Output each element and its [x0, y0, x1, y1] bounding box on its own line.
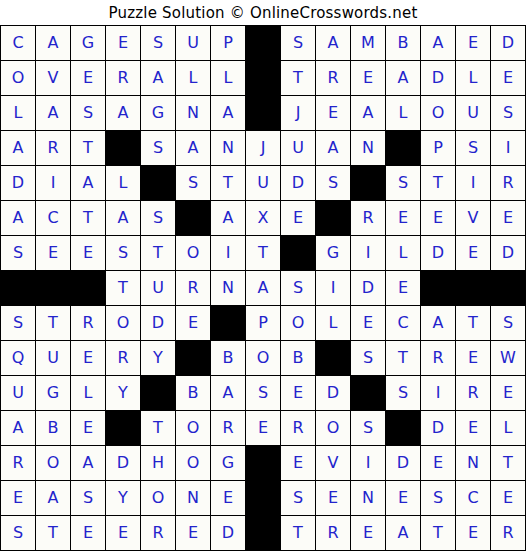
letter-cell-r14c14: C	[456, 481, 490, 515]
letter-cell-r8c9: S	[281, 271, 315, 305]
letter-cell-r11c6: B	[176, 376, 210, 410]
letter-cell-r3c2: A	[36, 96, 70, 130]
letter-cell-r11c3: L	[71, 376, 105, 410]
letter-cell-r11c15: E	[491, 376, 525, 410]
letter-cell-r4c2: R	[36, 131, 70, 165]
letter-cell-r13c6: O	[176, 446, 210, 480]
letter-cell-r1c13: A	[421, 26, 455, 60]
letter-cell-r8c11: D	[351, 271, 385, 305]
title-bar: Puzzle Solution © OnlineCrosswords.net	[0, 0, 526, 25]
black-cell-r12c12	[386, 411, 420, 445]
letter-cell-r1c7: P	[211, 26, 245, 60]
letter-cell-r13c3: A	[71, 446, 105, 480]
letter-cell-r6c4: A	[106, 201, 140, 235]
letter-cell-r10c1: Q	[1, 341, 35, 375]
letter-cell-r2c2: V	[36, 61, 70, 95]
letter-cell-r11c9: E	[281, 376, 315, 410]
letter-cell-r7c7: I	[211, 236, 245, 270]
letter-cell-r3c7: A	[211, 96, 245, 130]
letter-cell-r6c15: E	[491, 201, 525, 235]
letter-cell-r12c10: O	[316, 411, 350, 445]
letter-cell-r3c5: G	[141, 96, 175, 130]
letter-cell-r2c3: E	[71, 61, 105, 95]
letter-cell-r5c6: S	[176, 166, 210, 200]
letter-cell-r8c4: T	[106, 271, 140, 305]
puzzle-solution-page: Puzzle Solution © OnlineCrosswords.net C…	[0, 0, 526, 551]
black-cell-r5c11	[351, 166, 385, 200]
letter-cell-r15c5: R	[141, 516, 175, 550]
letter-cell-r7c5: T	[141, 236, 175, 270]
letter-cell-r2c15: E	[491, 61, 525, 95]
letter-cell-r1c1: C	[1, 26, 35, 60]
letter-cell-r5c2: I	[36, 166, 70, 200]
letter-cell-r2c6: L	[176, 61, 210, 95]
letter-cell-r14c9: S	[281, 481, 315, 515]
letter-cell-r13c14: N	[456, 446, 490, 480]
crossword-grid: CAGESUPSAMBAEDOVERALLTREADLELASAGNAJEALO…	[0, 25, 526, 551]
letter-cell-r10c12: T	[386, 341, 420, 375]
letter-cell-r11c4: Y	[106, 376, 140, 410]
letter-cell-r12c8: E	[246, 411, 280, 445]
letter-cell-r1c14: E	[456, 26, 490, 60]
letter-cell-r12c13: D	[421, 411, 455, 445]
letter-cell-r6c5: S	[141, 201, 175, 235]
letter-cell-r14c7: E	[211, 481, 245, 515]
letter-cell-r11c13: I	[421, 376, 455, 410]
letter-cell-r7c3: E	[71, 236, 105, 270]
letter-cell-r12c15: L	[491, 411, 525, 445]
letter-cell-r4c13: P	[421, 131, 455, 165]
letter-cell-r5c4: L	[106, 166, 140, 200]
letter-cell-r5c1: D	[1, 166, 35, 200]
letter-cell-r8c10: I	[316, 271, 350, 305]
letter-cell-r7c14: E	[456, 236, 490, 270]
letter-cell-r2c11: E	[351, 61, 385, 95]
page-title: Puzzle Solution © OnlineCrosswords.net	[108, 4, 417, 22]
letter-cell-r9c12: C	[386, 306, 420, 340]
black-cell-r5c5	[141, 166, 175, 200]
letter-cell-r1c15: D	[491, 26, 525, 60]
black-cell-r8c2	[36, 271, 70, 305]
letter-cell-r5c9: D	[281, 166, 315, 200]
letter-cell-r10c15: W	[491, 341, 525, 375]
letter-cell-r9c14: T	[456, 306, 490, 340]
letter-cell-r5c14: I	[456, 166, 490, 200]
black-cell-r15c8	[246, 516, 280, 550]
letter-cell-r4c10: A	[316, 131, 350, 165]
letter-cell-r5c12: S	[386, 166, 420, 200]
letter-cell-r13c12: D	[386, 446, 420, 480]
letter-cell-r8c8: A	[246, 271, 280, 305]
letter-cell-r13c4: D	[106, 446, 140, 480]
letter-cell-r10c14: E	[456, 341, 490, 375]
letter-cell-r13c7: G	[211, 446, 245, 480]
letter-cell-r1c9: S	[281, 26, 315, 60]
black-cell-r1c8	[246, 26, 280, 60]
letter-cell-r2c12: A	[386, 61, 420, 95]
letter-cell-r11c2: G	[36, 376, 70, 410]
black-cell-r8c14	[456, 271, 490, 305]
letter-cell-r15c12: A	[386, 516, 420, 550]
letter-cell-r7c1: S	[1, 236, 35, 270]
letter-cell-r3c13: O	[421, 96, 455, 130]
letter-cell-r3c3: S	[71, 96, 105, 130]
letter-cell-r15c10: R	[316, 516, 350, 550]
letter-cell-r10c3: E	[71, 341, 105, 375]
letter-cell-r15c14: E	[456, 516, 490, 550]
letter-cell-r14c10: E	[316, 481, 350, 515]
letter-cell-r13c13: E	[421, 446, 455, 480]
letter-cell-r15c4: E	[106, 516, 140, 550]
letter-cell-r5c3: A	[71, 166, 105, 200]
letter-cell-r10c11: S	[351, 341, 385, 375]
letter-cell-r6c3: T	[71, 201, 105, 235]
letter-cell-r3c1: L	[1, 96, 35, 130]
letter-cell-r8c6: R	[176, 271, 210, 305]
letter-cell-r1c3: G	[71, 26, 105, 60]
letter-cell-r4c9: U	[281, 131, 315, 165]
letter-cell-r9c3: R	[71, 306, 105, 340]
letter-cell-r13c15: T	[491, 446, 525, 480]
letter-cell-r1c6: U	[176, 26, 210, 60]
letter-cell-r7c4: S	[106, 236, 140, 270]
letter-cell-r12c7: R	[211, 411, 245, 445]
letter-cell-r9c9: O	[281, 306, 315, 340]
letter-cell-r2c10: R	[316, 61, 350, 95]
letter-cell-r9c1: S	[1, 306, 35, 340]
letter-cell-r1c5: S	[141, 26, 175, 60]
letter-cell-r10c2: U	[36, 341, 70, 375]
letter-cell-r14c1: E	[1, 481, 35, 515]
letter-cell-r15c7: D	[211, 516, 245, 550]
black-cell-r8c3	[71, 271, 105, 305]
letter-cell-r1c11: M	[351, 26, 385, 60]
letter-cell-r4c15: I	[491, 131, 525, 165]
letter-cell-r14c6: N	[176, 481, 210, 515]
black-cell-r4c4	[106, 131, 140, 165]
letter-cell-r9c8: P	[246, 306, 280, 340]
letter-cell-r8c5: U	[141, 271, 175, 305]
black-cell-r11c5	[141, 376, 175, 410]
letter-cell-r10c13: R	[421, 341, 455, 375]
letter-cell-r2c5: A	[141, 61, 175, 95]
letter-cell-r3c11: A	[351, 96, 385, 130]
letter-cell-r1c10: A	[316, 26, 350, 60]
letter-cell-r3c6: N	[176, 96, 210, 130]
letter-cell-r7c15: D	[491, 236, 525, 270]
letter-cell-r11c12: S	[386, 376, 420, 410]
letter-cell-r13c11: I	[351, 446, 385, 480]
letter-cell-r14c13: S	[421, 481, 455, 515]
black-cell-r10c6	[176, 341, 210, 375]
letter-cell-r4c11: N	[351, 131, 385, 165]
black-cell-r6c10	[316, 201, 350, 235]
letter-cell-r3c4: A	[106, 96, 140, 130]
black-cell-r12c4	[106, 411, 140, 445]
letter-cell-r2c13: D	[421, 61, 455, 95]
letter-cell-r2c1: O	[1, 61, 35, 95]
letter-cell-r9c15: S	[491, 306, 525, 340]
letter-cell-r15c3: E	[71, 516, 105, 550]
black-cell-r4c12	[386, 131, 420, 165]
letter-cell-r2c4: R	[106, 61, 140, 95]
letter-cell-r4c1: A	[1, 131, 35, 165]
letter-cell-r6c1: A	[1, 201, 35, 235]
black-cell-r14c8	[246, 481, 280, 515]
letter-cell-r14c15: E	[491, 481, 525, 515]
letter-cell-r1c2: A	[36, 26, 70, 60]
letter-cell-r6c13: E	[421, 201, 455, 235]
letter-cell-r12c1: A	[1, 411, 35, 445]
letter-cell-r14c5: O	[141, 481, 175, 515]
letter-cell-r14c2: A	[36, 481, 70, 515]
letter-cell-r10c4: R	[106, 341, 140, 375]
letter-cell-r14c3: S	[71, 481, 105, 515]
letter-cell-r1c4: E	[106, 26, 140, 60]
letter-cell-r2c7: L	[211, 61, 245, 95]
letter-cell-r15c11: E	[351, 516, 385, 550]
letter-cell-r11c8: S	[246, 376, 280, 410]
letter-cell-r9c11: E	[351, 306, 385, 340]
letter-cell-r15c1: S	[1, 516, 35, 550]
letter-cell-r8c7: N	[211, 271, 245, 305]
letter-cell-r8c12: E	[386, 271, 420, 305]
letter-cell-r4c5: S	[141, 131, 175, 165]
letter-cell-r5c10: S	[316, 166, 350, 200]
letter-cell-r15c15: R	[491, 516, 525, 550]
letter-cell-r5c7: T	[211, 166, 245, 200]
letter-cell-r14c12: E	[386, 481, 420, 515]
black-cell-r13c8	[246, 446, 280, 480]
letter-cell-r7c12: L	[386, 236, 420, 270]
black-cell-r3c8	[246, 96, 280, 130]
letter-cell-r7c8: T	[246, 236, 280, 270]
letter-cell-r6c12: E	[386, 201, 420, 235]
letter-cell-r9c2: T	[36, 306, 70, 340]
letter-cell-r7c6: O	[176, 236, 210, 270]
letter-cell-r5c13: T	[421, 166, 455, 200]
black-cell-r11c11	[351, 376, 385, 410]
letter-cell-r7c11: I	[351, 236, 385, 270]
letter-cell-r4c6: A	[176, 131, 210, 165]
letter-cell-r12c14: E	[456, 411, 490, 445]
letter-cell-r13c5: H	[141, 446, 175, 480]
letter-cell-r12c6: O	[176, 411, 210, 445]
letter-cell-r9c13: A	[421, 306, 455, 340]
black-cell-r10c10	[316, 341, 350, 375]
letter-cell-r10c7: B	[211, 341, 245, 375]
letter-cell-r7c2: E	[36, 236, 70, 270]
letter-cell-r4c14: S	[456, 131, 490, 165]
letter-cell-r12c11: S	[351, 411, 385, 445]
letter-cell-r15c13: T	[421, 516, 455, 550]
letter-cell-r2c14: L	[456, 61, 490, 95]
letter-cell-r12c2: B	[36, 411, 70, 445]
letter-cell-r6c8: X	[246, 201, 280, 235]
letter-cell-r2c9: T	[281, 61, 315, 95]
letter-cell-r7c13: D	[421, 236, 455, 270]
black-cell-r8c1	[1, 271, 35, 305]
letter-cell-r9c6: E	[176, 306, 210, 340]
letter-cell-r13c2: O	[36, 446, 70, 480]
letter-cell-r6c9: E	[281, 201, 315, 235]
letter-cell-r5c8: U	[246, 166, 280, 200]
letter-cell-r4c8: J	[246, 131, 280, 165]
letter-cell-r10c8: O	[246, 341, 280, 375]
letter-cell-r3c9: J	[281, 96, 315, 130]
letter-cell-r15c2: T	[36, 516, 70, 550]
black-cell-r2c8	[246, 61, 280, 95]
letter-cell-r11c10: D	[316, 376, 350, 410]
letter-cell-r3c10: E	[316, 96, 350, 130]
black-cell-r8c15	[491, 271, 525, 305]
letter-cell-r9c5: D	[141, 306, 175, 340]
black-cell-r7c9	[281, 236, 315, 270]
letter-cell-r7c10: G	[316, 236, 350, 270]
letter-cell-r4c3: T	[71, 131, 105, 165]
letter-cell-r14c11: N	[351, 481, 385, 515]
letter-cell-r12c3: E	[71, 411, 105, 445]
letter-cell-r13c9: E	[281, 446, 315, 480]
letter-cell-r15c9: T	[281, 516, 315, 550]
letter-cell-r12c5: T	[141, 411, 175, 445]
black-cell-r8c13	[421, 271, 455, 305]
letter-cell-r3c12: L	[386, 96, 420, 130]
letter-cell-r5c15: R	[491, 166, 525, 200]
letter-cell-r10c9: B	[281, 341, 315, 375]
letter-cell-r12c9: R	[281, 411, 315, 445]
letter-cell-r11c7: A	[211, 376, 245, 410]
letter-cell-r6c11: R	[351, 201, 385, 235]
letter-cell-r3c15: S	[491, 96, 525, 130]
black-cell-r6c6	[176, 201, 210, 235]
letter-cell-r3c14: U	[456, 96, 490, 130]
letter-cell-r10c5: Y	[141, 341, 175, 375]
letter-cell-r15c6: E	[176, 516, 210, 550]
letter-cell-r11c14: R	[456, 376, 490, 410]
letter-cell-r6c14: V	[456, 201, 490, 235]
black-cell-r9c7	[211, 306, 245, 340]
letter-cell-r13c10: V	[316, 446, 350, 480]
letter-cell-r1c12: B	[386, 26, 420, 60]
letter-cell-r9c4: O	[106, 306, 140, 340]
letter-cell-r11c1: U	[1, 376, 35, 410]
letter-cell-r9c10: L	[316, 306, 350, 340]
letter-cell-r13c1: R	[1, 446, 35, 480]
letter-cell-r4c7: N	[211, 131, 245, 165]
letter-cell-r6c2: C	[36, 201, 70, 235]
letter-cell-r14c4: Y	[106, 481, 140, 515]
letter-cell-r6c7: A	[211, 201, 245, 235]
